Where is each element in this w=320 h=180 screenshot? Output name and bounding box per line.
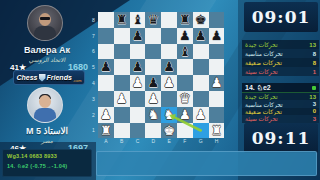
square-e2[interactable]: ♞ xyxy=(161,107,177,123)
stat-value: 8 xyxy=(313,51,316,57)
square-e4[interactable]: ♟ xyxy=(161,75,177,91)
square-h8[interactable] xyxy=(209,12,225,28)
chess-analysis-screen: Валера Ак الاتحاد الروسي 41★ 1680 Chess … xyxy=(0,0,320,180)
square-b7[interactable] xyxy=(114,28,130,44)
file-label: A xyxy=(98,138,114,145)
square-e1[interactable]: ♚ xyxy=(161,123,177,139)
stat-label: تحركات مناسبة xyxy=(245,50,283,57)
rank-label: 1 xyxy=(90,123,97,139)
square-d5[interactable] xyxy=(145,59,161,75)
square-a2[interactable]: ♟ xyxy=(98,107,114,123)
black-bishop: ♝ xyxy=(130,12,146,28)
square-g1[interactable] xyxy=(193,123,209,139)
square-d2[interactable]: ♞ xyxy=(145,107,161,123)
file-labels: ABCDEFGH xyxy=(98,138,224,145)
engine-id-line: Wg3.14 0683 8933 xyxy=(7,153,87,159)
white-pawn: ♟ xyxy=(114,91,130,107)
current-move-row[interactable]: 14. ♘e2 xyxy=(242,83,319,93)
stat-value: 0 xyxy=(313,108,316,114)
stat-value: 8 xyxy=(313,60,316,66)
black-bishop: ♝ xyxy=(177,44,193,60)
square-b4[interactable] xyxy=(114,75,130,91)
top-player-name: Валера Ак xyxy=(0,45,94,55)
chess-board[interactable]: ♜♝♛♜♚♟♟♟♟♝♟♟♟♟♟♟♟♟♟♛♟♞♞♟♟♜♚♜ xyxy=(98,12,224,138)
square-h1[interactable]: ♜ xyxy=(209,123,225,139)
square-b2[interactable] xyxy=(114,107,130,123)
top-player-clock: 09:01 xyxy=(244,2,318,32)
square-g5[interactable] xyxy=(193,59,209,75)
square-a1[interactable]: ♜ xyxy=(98,123,114,139)
white-pawn: ♟ xyxy=(193,107,209,123)
stat-label: تحركات جيدة xyxy=(245,93,278,100)
white-pawn: ♟ xyxy=(177,107,193,123)
square-a4[interactable] xyxy=(98,75,114,91)
square-b6[interactable] xyxy=(114,44,130,60)
white-queen: ♛ xyxy=(177,91,193,107)
square-c3[interactable] xyxy=(130,91,146,107)
rank-label: 2 xyxy=(90,107,97,123)
chessfriends-logo: Chess Friends .com xyxy=(13,70,85,85)
rank-label: 3 xyxy=(90,91,97,107)
stat-label: تحركات جيدة xyxy=(245,41,278,48)
square-d4[interactable]: ♟ xyxy=(145,75,161,91)
white-pawn: ♟ xyxy=(161,75,177,91)
logo-text-1: Chess xyxy=(17,74,38,81)
square-h3[interactable] xyxy=(209,91,225,107)
square-b5[interactable] xyxy=(114,59,130,75)
black-pawn: ♟ xyxy=(177,28,193,44)
avatar-head xyxy=(39,95,51,108)
stat-value: 13 xyxy=(309,94,316,100)
square-e3[interactable] xyxy=(161,91,177,107)
bottom-player-name: الاستاذ M 5 xyxy=(0,126,94,136)
shield-icon xyxy=(39,74,46,82)
white-pawn: ♟ xyxy=(130,75,146,91)
stats-panel-top: تحركات جيدة 13 تحركات مناسبة 8 تحركات ضع… xyxy=(242,40,319,76)
square-g4[interactable] xyxy=(193,75,209,91)
black-pawn: ♟ xyxy=(209,28,225,44)
black-pawn: ♟ xyxy=(130,59,146,75)
black-pawn: ♟ xyxy=(161,59,177,75)
file-label: G xyxy=(193,138,209,145)
square-a8[interactable] xyxy=(98,12,114,28)
square-e6[interactable] xyxy=(161,44,177,60)
black-pawn: ♟ xyxy=(145,75,161,91)
stat-row-good: تحركات جيدة 13 xyxy=(242,93,319,100)
square-c4[interactable]: ♟ xyxy=(130,75,146,91)
square-d7[interactable] xyxy=(145,28,161,44)
square-g7[interactable]: ♟ xyxy=(193,28,209,44)
square-h2[interactable] xyxy=(209,107,225,123)
square-d3[interactable]: ♟ xyxy=(145,91,161,107)
rank-labels: 87654321 xyxy=(90,12,97,138)
square-a7[interactable] xyxy=(98,28,114,44)
square-a3[interactable] xyxy=(98,91,114,107)
square-g6[interactable] xyxy=(193,44,209,60)
square-c7[interactable]: ♟ xyxy=(130,28,146,44)
stat-label: تحركات مناسبة xyxy=(245,101,283,108)
square-f8[interactable]: ♜ xyxy=(177,12,193,28)
logo-suffix: .com xyxy=(73,78,82,83)
white-king: ♚ xyxy=(161,123,177,139)
square-h7[interactable]: ♟ xyxy=(209,28,225,44)
current-move-label: 14. ♘e2 xyxy=(245,84,271,92)
good-move-dot xyxy=(312,86,316,90)
stats-panel-bottom: تحركات جيدة 13 تحركات مناسبة 3 تحركات ضع… xyxy=(242,93,319,123)
square-h6[interactable] xyxy=(209,44,225,60)
square-c5[interactable]: ♟ xyxy=(130,59,146,75)
stat-row-decent: تحركات مناسبة 3 xyxy=(242,100,319,107)
logo-text-2: Friends xyxy=(47,74,72,81)
file-label: E xyxy=(161,138,177,145)
stat-row-decent: تحركات مناسبة 8 xyxy=(242,49,319,58)
file-label: C xyxy=(130,138,146,145)
black-pawn: ♟ xyxy=(98,59,114,75)
square-f5[interactable] xyxy=(177,59,193,75)
bottom-panel xyxy=(96,151,317,176)
square-f3[interactable]: ♛ xyxy=(177,91,193,107)
engine-eval-line: 14. ♘e2 (-0.75→-1.04) xyxy=(7,163,87,169)
square-d8[interactable]: ♛ xyxy=(145,12,161,28)
square-h5[interactable] xyxy=(209,59,225,75)
rank-label: 4 xyxy=(90,75,97,91)
bottom-player-clock: 09:11 xyxy=(244,123,318,153)
black-king: ♚ xyxy=(193,12,209,28)
square-g8[interactable]: ♚ xyxy=(193,12,209,28)
avatar-body xyxy=(34,108,56,123)
stat-label: تحركات ضعيفة xyxy=(245,59,282,66)
file-label: F xyxy=(177,138,193,145)
square-c8[interactable]: ♝ xyxy=(130,12,146,28)
square-b8[interactable]: ♜ xyxy=(114,12,130,28)
file-label: B xyxy=(114,138,130,145)
square-c1[interactable] xyxy=(130,123,146,139)
white-knight: ♞ xyxy=(161,107,177,123)
stat-row-bad: تحركات سيئة 1 xyxy=(242,67,319,76)
stat-label: تحركات سيئة xyxy=(245,68,278,75)
white-pawn: ♟ xyxy=(209,75,225,91)
stat-row-good: تحركات جيدة 13 xyxy=(242,40,319,49)
square-c2[interactable] xyxy=(130,107,146,123)
black-queen: ♛ xyxy=(145,12,161,28)
rank-label: 8 xyxy=(90,12,97,28)
white-pawn: ♟ xyxy=(145,91,161,107)
black-pawn: ♟ xyxy=(130,28,146,44)
stat-row-bad: تحركات سيئة 3 xyxy=(242,115,319,122)
stat-label: تحركات سيئة xyxy=(245,115,278,122)
rank-label: 7 xyxy=(90,28,97,44)
file-label: H xyxy=(209,138,225,145)
square-e5[interactable]: ♟ xyxy=(161,59,177,75)
square-d1[interactable] xyxy=(145,123,161,139)
square-f7[interactable]: ♟ xyxy=(177,28,193,44)
stat-value: 13 xyxy=(309,42,316,48)
white-rook: ♜ xyxy=(98,123,114,139)
square-f4[interactable] xyxy=(177,75,193,91)
square-a6[interactable] xyxy=(98,44,114,60)
file-label: D xyxy=(145,138,161,145)
stat-row-weak: تحركات ضعيفة 0 xyxy=(242,108,319,115)
sunglasses-icon xyxy=(40,17,50,20)
engine-status-box: Wg3.14 0683 8933 14. ♘e2 (-0.75→-1.04) xyxy=(2,149,92,177)
square-f2[interactable]: ♟ xyxy=(177,107,193,123)
black-rook: ♜ xyxy=(177,12,193,28)
square-g3[interactable] xyxy=(193,91,209,107)
square-b3[interactable]: ♟ xyxy=(114,91,130,107)
square-g2[interactable]: ♟ xyxy=(193,107,209,123)
square-e8[interactable] xyxy=(161,12,177,28)
square-e7[interactable] xyxy=(161,28,177,44)
avatar-top-player[interactable] xyxy=(27,5,63,41)
square-c6[interactable] xyxy=(130,44,146,60)
square-f1[interactable] xyxy=(177,123,193,139)
square-h4[interactable]: ♟ xyxy=(209,75,225,91)
rank-label: 5 xyxy=(90,59,97,75)
stat-value: 3 xyxy=(313,101,316,107)
stat-row-weak: تحركات ضعيفة 8 xyxy=(242,58,319,67)
white-rook: ♜ xyxy=(209,123,225,139)
white-pawn: ♟ xyxy=(98,107,114,123)
black-pawn: ♟ xyxy=(193,28,209,44)
stat-label: تحركات ضعيفة xyxy=(245,108,282,115)
avatar-body xyxy=(34,26,56,41)
square-d6[interactable] xyxy=(145,44,161,60)
stat-value: 3 xyxy=(313,116,316,122)
stat-value: 1 xyxy=(313,69,316,75)
square-b1[interactable] xyxy=(114,123,130,139)
square-a5[interactable]: ♟ xyxy=(98,59,114,75)
avatar-bottom-player[interactable] xyxy=(27,87,63,123)
square-f6[interactable]: ♝ xyxy=(177,44,193,60)
white-knight: ♞ xyxy=(145,107,161,123)
black-rook: ♜ xyxy=(114,12,130,28)
rank-label: 6 xyxy=(90,44,97,60)
